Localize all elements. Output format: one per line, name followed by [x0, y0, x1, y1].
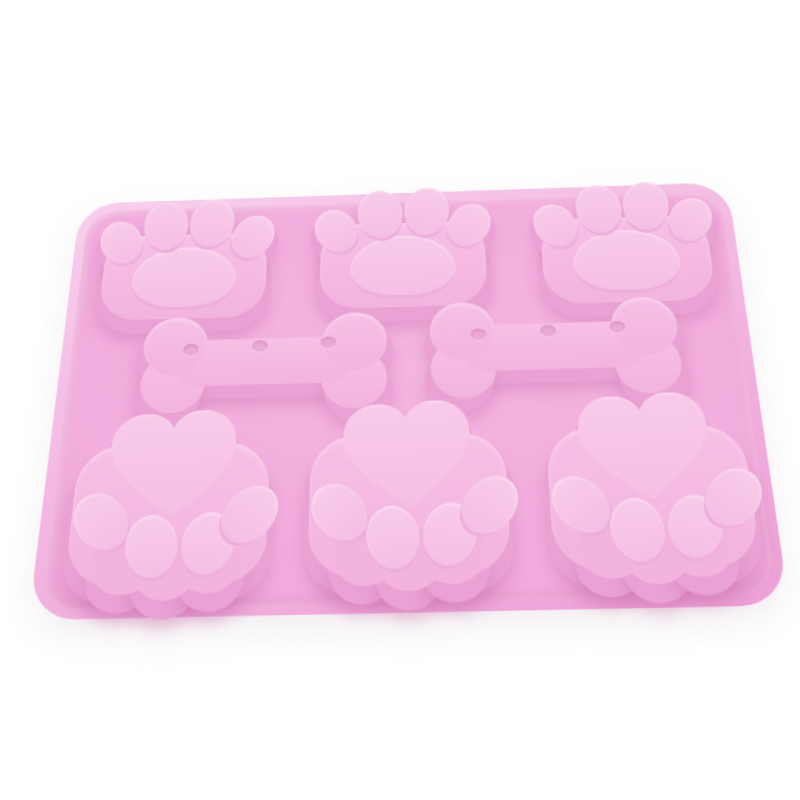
cat-paw-cavity [302, 398, 518, 592]
mold-tray-surface [40, 190, 776, 609]
cat-paw-cavity [57, 408, 277, 601]
product-photo-stage [0, 0, 800, 800]
cat-paw-cavity [538, 390, 769, 585]
cavity-top-surface [302, 398, 518, 592]
silicone-mold-tray [28, 182, 789, 620]
mold-perspective-plane [28, 182, 789, 620]
mold-perspective-wrapper [50, 153, 754, 619]
cavity-top-surface [538, 390, 769, 585]
cavity-top-surface [57, 408, 277, 601]
